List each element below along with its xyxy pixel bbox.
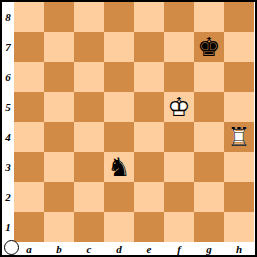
square-c1[interactable]	[74, 212, 104, 242]
file-labels: a b c d e f g h	[14, 243, 254, 255]
piece-white-king: ♚♔	[164, 92, 194, 122]
chess-board: ♚♚♔♜♖♞	[14, 2, 254, 242]
square-e2[interactable]	[134, 182, 164, 212]
file-label-e: e	[134, 243, 164, 255]
rank-label-7: 7	[2, 32, 14, 62]
square-h4[interactable]: ♜♖	[224, 122, 254, 152]
square-f6[interactable]	[164, 62, 194, 92]
rank-label-8: 8	[2, 2, 14, 32]
rank-label-6: 6	[2, 62, 14, 92]
square-g2[interactable]	[194, 182, 224, 212]
square-c6[interactable]	[74, 62, 104, 92]
square-a1[interactable]	[14, 212, 44, 242]
square-f7[interactable]	[164, 32, 194, 62]
square-b8[interactable]	[44, 2, 74, 32]
piece-white-rook: ♜♖	[224, 122, 254, 152]
square-f1[interactable]	[164, 212, 194, 242]
square-f8[interactable]	[164, 2, 194, 32]
square-g8[interactable]	[194, 2, 224, 32]
square-a3[interactable]	[14, 152, 44, 182]
file-label-h: h	[224, 243, 254, 255]
rank-label-4: 4	[2, 122, 14, 152]
rank-labels: 8 7 6 5 4 3 2 1	[2, 2, 14, 242]
file-label-c: c	[74, 243, 104, 255]
square-e8[interactable]	[134, 2, 164, 32]
square-h5[interactable]	[224, 92, 254, 122]
chess-diagram: 8 7 6 5 4 3 2 1 ♚♚♔♜♖♞ a b c d e f g h	[0, 0, 257, 257]
white-to-move-indicator	[4, 240, 19, 255]
square-d1[interactable]	[104, 212, 134, 242]
square-b4[interactable]	[44, 122, 74, 152]
square-c3[interactable]	[74, 152, 104, 182]
square-e5[interactable]	[134, 92, 164, 122]
square-c7[interactable]	[74, 32, 104, 62]
square-g4[interactable]	[194, 122, 224, 152]
square-e6[interactable]	[134, 62, 164, 92]
piece-black-knight: ♞	[104, 152, 134, 182]
square-g7[interactable]: ♚	[194, 32, 224, 62]
square-b3[interactable]	[44, 152, 74, 182]
square-c4[interactable]	[74, 122, 104, 152]
square-h8[interactable]	[224, 2, 254, 32]
square-a4[interactable]	[14, 122, 44, 152]
square-b6[interactable]	[44, 62, 74, 92]
square-h3[interactable]	[224, 152, 254, 182]
square-f4[interactable]	[164, 122, 194, 152]
file-label-g: g	[194, 243, 224, 255]
square-d8[interactable]	[104, 2, 134, 32]
square-h7[interactable]	[224, 32, 254, 62]
rank-label-5: 5	[2, 92, 14, 122]
square-f5[interactable]: ♚♔	[164, 92, 194, 122]
square-f2[interactable]	[164, 182, 194, 212]
square-a8[interactable]	[14, 2, 44, 32]
square-a7[interactable]	[14, 32, 44, 62]
square-c5[interactable]	[74, 92, 104, 122]
rank-label-3: 3	[2, 152, 14, 182]
square-e4[interactable]	[134, 122, 164, 152]
square-c2[interactable]	[74, 182, 104, 212]
square-d3[interactable]: ♞	[104, 152, 134, 182]
square-d6[interactable]	[104, 62, 134, 92]
square-g1[interactable]	[194, 212, 224, 242]
square-h6[interactable]	[224, 62, 254, 92]
file-label-d: d	[104, 243, 134, 255]
square-e1[interactable]	[134, 212, 164, 242]
square-g3[interactable]	[194, 152, 224, 182]
square-d7[interactable]	[104, 32, 134, 62]
square-b5[interactable]	[44, 92, 74, 122]
square-h2[interactable]	[224, 182, 254, 212]
square-b7[interactable]	[44, 32, 74, 62]
square-e3[interactable]	[134, 152, 164, 182]
file-label-f: f	[164, 243, 194, 255]
square-d5[interactable]	[104, 92, 134, 122]
square-a6[interactable]	[14, 62, 44, 92]
square-e7[interactable]	[134, 32, 164, 62]
file-label-b: b	[44, 243, 74, 255]
square-a2[interactable]	[14, 182, 44, 212]
square-a5[interactable]	[14, 92, 44, 122]
square-f3[interactable]	[164, 152, 194, 182]
square-b1[interactable]	[44, 212, 74, 242]
rank-label-1: 1	[2, 212, 14, 242]
square-d2[interactable]	[104, 182, 134, 212]
rank-label-2: 2	[2, 182, 14, 212]
square-c8[interactable]	[74, 2, 104, 32]
square-d4[interactable]	[104, 122, 134, 152]
square-g5[interactable]	[194, 92, 224, 122]
piece-black-king: ♚	[194, 32, 224, 62]
square-g6[interactable]	[194, 62, 224, 92]
square-h1[interactable]	[224, 212, 254, 242]
square-b2[interactable]	[44, 182, 74, 212]
